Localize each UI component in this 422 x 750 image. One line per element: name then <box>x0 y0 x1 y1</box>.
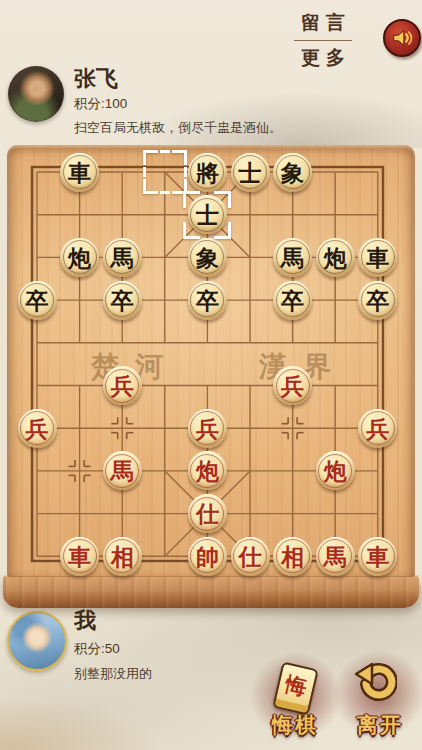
piece-glyph: 車 <box>366 246 389 269</box>
piece-black-馬-c6r2[interactable]: 馬 <box>273 238 312 277</box>
piece-black-卒-c8r3[interactable]: 卒 <box>358 281 397 320</box>
top-menu: 留言 更多 <box>292 10 354 71</box>
piece-black-炮-c1r2[interactable]: 炮 <box>60 238 99 277</box>
piece-red-炮-c7r7[interactable]: 炮 <box>316 451 355 490</box>
piece-glyph: 馬 <box>281 246 304 269</box>
opponent-score: 积分:100 <box>74 95 127 113</box>
piece-black-將-c4r0[interactable]: 將 <box>188 153 227 192</box>
piece-glyph: 兵 <box>366 417 389 440</box>
piece-glyph: 馬 <box>324 545 347 568</box>
piece-red-仕-c4r8[interactable]: 仕 <box>188 494 227 533</box>
piece-glyph: 相 <box>281 545 304 568</box>
leave-button-label[interactable]: 离开 <box>338 711 422 739</box>
piece-glyph: 炮 <box>196 459 219 482</box>
piece-red-兵-c4r6[interactable]: 兵 <box>188 409 227 448</box>
piece-glyph: 兵 <box>196 417 219 440</box>
piece-glyph: 相 <box>111 545 134 568</box>
piece-red-馬-c7r9[interactable]: 馬 <box>316 537 355 576</box>
piece-red-車-c1r9[interactable]: 車 <box>60 537 99 576</box>
menu-divider <box>294 40 352 41</box>
piece-black-象-c6r0[interactable]: 象 <box>273 153 312 192</box>
piece-glyph: 車 <box>366 545 389 568</box>
piece-glyph: 兵 <box>111 374 134 397</box>
piece-red-相-c6r9[interactable]: 相 <box>273 537 312 576</box>
piece-black-馬-c2r2[interactable]: 馬 <box>103 238 142 277</box>
piece-glyph: 馬 <box>111 459 134 482</box>
undo-move-button[interactable]: 悔 <box>272 661 319 715</box>
opponent-avatar <box>8 66 64 122</box>
menu-item-message[interactable]: 留言 <box>292 10 354 36</box>
piece-red-帥-c4r9[interactable]: 帥 <box>188 537 227 576</box>
piece-glyph: 炮 <box>324 246 347 269</box>
piece-glyph: 車 <box>68 161 91 184</box>
piece-glyph: 仕 <box>196 502 219 525</box>
piece-red-車-c8r9[interactable]: 車 <box>358 537 397 576</box>
speaker-icon <box>391 27 413 49</box>
piece-red-仕-c5r9[interactable]: 仕 <box>231 537 270 576</box>
piece-glyph: 卒 <box>26 289 49 312</box>
leave-arrow-icon[interactable] <box>355 661 397 705</box>
piece-glyph: 馬 <box>111 246 134 269</box>
piece-black-象-c4r2[interactable]: 象 <box>188 238 227 277</box>
piece-glyph: 兵 <box>281 374 304 397</box>
piece-glyph: 車 <box>68 545 91 568</box>
xiangqi-board[interactable]: 楚河 漢界 車將士象士炮馬象馬炮車卒卒卒卒卒兵兵兵兵兵馬炮炮仕車相帥仕相馬車 <box>7 145 415 577</box>
piece-glyph: 卒 <box>111 289 134 312</box>
piece-glyph: 卒 <box>281 289 304 312</box>
piece-glyph: 士 <box>239 161 262 184</box>
piece-red-兵-c0r6[interactable]: 兵 <box>18 409 57 448</box>
undo-tile-icon: 悔 <box>283 670 310 702</box>
player-avatar <box>7 611 67 671</box>
player-score: 积分:50 <box>74 640 120 658</box>
player-quote: 别整那没用的 <box>74 665 152 683</box>
piece-glyph: 卒 <box>366 289 389 312</box>
piece-black-炮-c7r2[interactable]: 炮 <box>316 238 355 277</box>
menu-item-more[interactable]: 更多 <box>292 45 354 71</box>
undo-button-label[interactable]: 悔棋 <box>253 711 337 739</box>
background-mountain-wash <box>120 86 422 148</box>
opponent-quote: 扫空百局无棋敌，倒尽千盅是酒仙。 <box>74 119 282 137</box>
background-corner-wash <box>0 690 180 750</box>
piece-glyph: 象 <box>196 246 219 269</box>
piece-glyph: 象 <box>281 161 304 184</box>
piece-red-兵-c8r6[interactable]: 兵 <box>358 409 397 448</box>
piece-red-兵-c6r5[interactable]: 兵 <box>273 366 312 405</box>
piece-red-炮-c4r7[interactable]: 炮 <box>188 451 227 490</box>
piece-black-卒-c0r3[interactable]: 卒 <box>18 281 57 320</box>
piece-black-卒-c4r3[interactable]: 卒 <box>188 281 227 320</box>
player-name: 我 <box>74 606 96 636</box>
piece-glyph: 卒 <box>196 289 219 312</box>
piece-glyph: 仕 <box>239 545 262 568</box>
piece-black-卒-c6r3[interactable]: 卒 <box>273 281 312 320</box>
piece-black-車-c1r0[interactable]: 車 <box>60 153 99 192</box>
piece-glyph: 炮 <box>68 246 91 269</box>
piece-glyph: 兵 <box>26 417 49 440</box>
piece-glyph: 帥 <box>196 545 219 568</box>
piece-glyph: 士 <box>196 203 219 226</box>
piece-glyph: 將 <box>196 161 219 184</box>
sound-toggle-button[interactable] <box>383 19 421 57</box>
piece-black-士-c4r1[interactable]: 士 <box>188 195 227 234</box>
piece-glyph: 炮 <box>324 459 347 482</box>
piece-black-士-c5r0[interactable]: 士 <box>231 153 270 192</box>
xiangqi-game-screen: { "game": "xiangqi", "position": { "fen"… <box>0 0 422 750</box>
opponent-name: 张飞 <box>74 64 118 94</box>
piece-black-車-c8r2[interactable]: 車 <box>358 238 397 277</box>
piece-red-兵-c2r5[interactable]: 兵 <box>103 366 142 405</box>
board-front-bevel <box>3 575 419 608</box>
piece-black-卒-c2r3[interactable]: 卒 <box>103 281 142 320</box>
piece-red-馬-c2r7[interactable]: 馬 <box>103 451 142 490</box>
piece-red-相-c2r9[interactable]: 相 <box>103 537 142 576</box>
